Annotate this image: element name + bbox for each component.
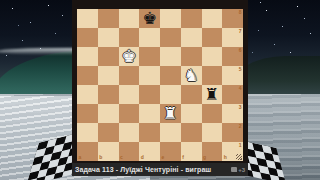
file-label-c: c [120,155,123,160]
square-f1[interactable]: f [181,142,202,161]
square-b8[interactable] [98,9,119,28]
rank-label-2: 2 [239,124,242,129]
square-g2[interactable] [202,123,223,142]
square-c7[interactable] [119,28,140,47]
rank-label-8: 8 [239,10,242,15]
square-a5[interactable] [77,66,98,85]
square-d2[interactable] [139,123,160,142]
rank-label-5: 5 [239,67,242,72]
square-e4[interactable] [160,85,181,104]
square-a6[interactable] [77,47,98,66]
square-a7[interactable] [77,28,98,47]
video-frame: ♚87♚6♞5♜4♜32abcdefg1h Задача 113 - Луїдж… [0,0,320,180]
square-c8[interactable] [119,9,140,28]
file-label-d: d [141,155,144,160]
white-king-c6[interactable]: ♚ [119,47,140,66]
square-d4[interactable] [139,85,160,104]
square-b1[interactable]: b [98,142,119,161]
square-h3[interactable]: 3 [222,104,243,123]
square-d5[interactable] [139,66,160,85]
square-f6[interactable] [181,47,202,66]
file-label-e: e [162,155,165,160]
square-a3[interactable] [77,104,98,123]
square-b5[interactable] [98,66,119,85]
square-a8[interactable] [77,9,98,28]
square-d3[interactable] [139,104,160,123]
rank-label-7: 7 [239,29,242,34]
square-b7[interactable] [98,28,119,47]
file-label-a: a [79,155,82,160]
square-h5[interactable]: 5 [222,66,243,85]
square-e3[interactable]: ♜ [160,104,181,123]
square-h8[interactable]: 8 [222,9,243,28]
square-e6[interactable] [160,47,181,66]
square-c6[interactable]: ♚ [119,47,140,66]
badge-count: +3 [238,167,245,173]
file-label-b: b [99,155,102,160]
square-g4[interactable]: ♜ [202,85,223,104]
square-b6[interactable] [98,47,119,66]
square-d7[interactable] [139,28,160,47]
thumb-icon [231,167,237,172]
stars-decoration [0,0,1,1]
square-f4[interactable] [181,85,202,104]
square-c4[interactable] [119,85,140,104]
square-d6[interactable] [139,47,160,66]
resize-corner-icon[interactable] [236,154,242,160]
square-f5[interactable]: ♞ [181,66,202,85]
square-e2[interactable] [160,123,181,142]
square-g6[interactable] [202,47,223,66]
square-e1[interactable]: e [160,142,181,161]
file-label-h: h [224,155,227,160]
square-f7[interactable] [181,28,202,47]
square-g7[interactable] [202,28,223,47]
square-g5[interactable] [202,66,223,85]
square-d1[interactable]: d [139,142,160,161]
square-f2[interactable] [181,123,202,142]
square-h6[interactable]: 6 [222,47,243,66]
square-e8[interactable] [160,9,181,28]
square-c3[interactable] [119,104,140,123]
square-f3[interactable] [181,104,202,123]
square-c5[interactable] [119,66,140,85]
square-c1[interactable]: c [119,142,140,161]
caption-bar: Задача 113 - Луїджі Чентуріні - виграш +… [72,163,248,176]
square-e7[interactable] [160,28,181,47]
caption-badge[interactable]: +3 [231,167,245,173]
square-g1[interactable]: g [202,142,223,161]
puzzle-title: Задача 113 - Луїджі Чентуріні - виграш [75,166,211,173]
square-h7[interactable]: 7 [222,28,243,47]
black-king-d8[interactable]: ♚ [139,9,160,28]
rank-label-4: 4 [239,86,242,91]
rank-label-6: 6 [239,48,242,53]
square-b2[interactable] [98,123,119,142]
chess-board[interactable]: ♚87♚6♞5♜4♜32abcdefg1h [77,9,243,161]
square-f8[interactable] [181,9,202,28]
square-a2[interactable] [77,123,98,142]
chess-board-frame: ♚87♚6♞5♜4♜32abcdefg1h [72,0,248,163]
rank-label-3: 3 [239,105,242,110]
square-d8[interactable]: ♚ [139,9,160,28]
rank-label-1: 1 [239,143,242,148]
black-rook-g4[interactable]: ♜ [202,85,223,104]
square-b3[interactable] [98,104,119,123]
white-rook-e3[interactable]: ♜ [160,104,181,123]
square-a4[interactable] [77,85,98,104]
square-a1[interactable]: a [77,142,98,161]
square-h4[interactable]: 4 [222,85,243,104]
square-b4[interactable] [98,85,119,104]
square-c2[interactable] [119,123,140,142]
file-label-g: g [203,155,206,160]
square-e5[interactable] [160,66,181,85]
square-h2[interactable]: 2 [222,123,243,142]
square-g3[interactable] [202,104,223,123]
square-g8[interactable] [202,9,223,28]
white-knight-f5[interactable]: ♞ [181,66,202,85]
file-label-f: f [182,155,184,160]
